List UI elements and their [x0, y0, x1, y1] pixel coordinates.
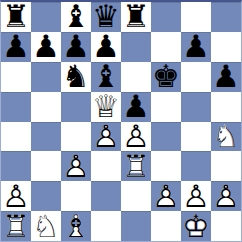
- square-h4[interactable]: ♞♘: [211, 122, 241, 152]
- square-b1[interactable]: ♞♘: [31, 211, 61, 241]
- white-bishop-piece-fill: ♝: [61, 211, 91, 241]
- white-pawn-piece-fill: ♟: [61, 151, 91, 181]
- square-g2[interactable]: ♟♙: [181, 181, 211, 211]
- square-h1[interactable]: [211, 211, 241, 241]
- square-f8[interactable]: [151, 2, 181, 32]
- white-pawn-piece[interactable]: ♙: [151, 181, 181, 211]
- black-pawn-piece[interactable]: ♟: [31, 32, 61, 62]
- white-pawn-piece[interactable]: ♙: [181, 181, 211, 211]
- black-knight-piece[interactable]: ♞: [61, 62, 91, 92]
- white-pawn-piece-fill: ♟: [181, 181, 211, 211]
- white-knight-piece[interactable]: ♘: [211, 122, 241, 152]
- square-e3[interactable]: ♜♖: [121, 151, 151, 181]
- square-e6[interactable]: [121, 62, 151, 92]
- square-d8[interactable]: ♛: [91, 2, 121, 32]
- white-pawn-piece[interactable]: ♙: [91, 122, 121, 152]
- square-g4[interactable]: [181, 122, 211, 152]
- square-e8[interactable]: ♜: [121, 2, 151, 32]
- white-pawn-piece[interactable]: ♙: [61, 151, 91, 181]
- white-pawn-piece[interactable]: ♙: [211, 181, 241, 211]
- square-h5[interactable]: [211, 92, 241, 122]
- square-c5[interactable]: [61, 92, 91, 122]
- white-knight-piece-fill: ♞: [31, 211, 61, 241]
- white-pawn-piece-fill: ♟: [121, 122, 151, 152]
- chess-board: ♜♝♛♜♟♟♟♟♟♞♝♚♟♛♕♟♟♙♟♙♞♘♟♙♜♖♟♙♟♙♟♙♟♙♜♖♞♘♝♗…: [0, 0, 242, 242]
- square-b2[interactable]: [31, 181, 61, 211]
- black-pawn-piece[interactable]: ♟: [1, 32, 31, 62]
- square-h8[interactable]: [211, 2, 241, 32]
- square-d1[interactable]: [91, 211, 121, 241]
- square-c6[interactable]: ♞: [61, 62, 91, 92]
- square-g3[interactable]: [181, 151, 211, 181]
- square-d2[interactable]: [91, 181, 121, 211]
- white-knight-piece-fill: ♞: [211, 122, 241, 152]
- square-d6[interactable]: ♝: [91, 62, 121, 92]
- square-g6[interactable]: [181, 62, 211, 92]
- square-f3[interactable]: [151, 151, 181, 181]
- square-e2[interactable]: [121, 181, 151, 211]
- white-pawn-piece[interactable]: ♙: [121, 122, 151, 152]
- square-h2[interactable]: ♟♙: [211, 181, 241, 211]
- square-b6[interactable]: [31, 62, 61, 92]
- square-c7[interactable]: ♟: [61, 32, 91, 62]
- white-rook-piece[interactable]: ♖: [1, 211, 31, 241]
- black-pawn-piece[interactable]: ♟: [211, 62, 241, 92]
- white-rook-piece-fill: ♜: [1, 211, 31, 241]
- white-knight-piece[interactable]: ♘: [31, 211, 61, 241]
- square-h6[interactable]: ♟: [211, 62, 241, 92]
- white-king-piece[interactable]: ♔: [181, 211, 211, 241]
- square-b8[interactable]: [31, 2, 61, 32]
- square-a1[interactable]: ♜♖: [1, 211, 31, 241]
- white-pawn-piece-fill: ♟: [91, 122, 121, 152]
- black-rook-piece[interactable]: ♜: [121, 2, 151, 32]
- square-a5[interactable]: [1, 92, 31, 122]
- square-g7[interactable]: ♟: [181, 32, 211, 62]
- square-a3[interactable]: [1, 151, 31, 181]
- square-g8[interactable]: [181, 2, 211, 32]
- square-d5[interactable]: ♛♕: [91, 92, 121, 122]
- black-rook-piece[interactable]: ♜: [1, 2, 31, 32]
- square-c2[interactable]: [61, 181, 91, 211]
- square-a6[interactable]: [1, 62, 31, 92]
- square-a4[interactable]: [1, 122, 31, 152]
- square-f1[interactable]: [151, 211, 181, 241]
- square-b7[interactable]: ♟: [31, 32, 61, 62]
- black-pawn-piece[interactable]: ♟: [181, 32, 211, 62]
- white-queen-piece-fill: ♛: [91, 92, 121, 122]
- square-f5[interactable]: [151, 92, 181, 122]
- square-h7[interactable]: [211, 32, 241, 62]
- square-c3[interactable]: ♟♙: [61, 151, 91, 181]
- square-b3[interactable]: [31, 151, 61, 181]
- square-c1[interactable]: ♝♗: [61, 211, 91, 241]
- white-pawn-piece[interactable]: ♙: [1, 181, 31, 211]
- square-c8[interactable]: ♝: [61, 2, 91, 32]
- white-queen-piece[interactable]: ♕: [91, 92, 121, 122]
- black-queen-piece[interactable]: ♛: [91, 2, 121, 32]
- black-king-piece[interactable]: ♚: [151, 62, 181, 92]
- square-f4[interactable]: [151, 122, 181, 152]
- black-pawn-piece[interactable]: ♟: [61, 32, 91, 62]
- square-b4[interactable]: [31, 122, 61, 152]
- black-bishop-piece[interactable]: ♝: [91, 62, 121, 92]
- square-g1[interactable]: ♚♔: [181, 211, 211, 241]
- square-f2[interactable]: ♟♙: [151, 181, 181, 211]
- white-bishop-piece[interactable]: ♗: [61, 211, 91, 241]
- square-e4[interactable]: ♟♙: [121, 122, 151, 152]
- square-e5[interactable]: ♟: [121, 92, 151, 122]
- square-d7[interactable]: ♟: [91, 32, 121, 62]
- black-pawn-piece[interactable]: ♟: [121, 92, 151, 122]
- square-g5[interactable]: [181, 92, 211, 122]
- square-d3[interactable]: [91, 151, 121, 181]
- square-c4[interactable]: [61, 122, 91, 152]
- black-pawn-piece[interactable]: ♟: [91, 32, 121, 62]
- white-rook-piece-fill: ♜: [121, 151, 151, 181]
- black-bishop-piece[interactable]: ♝: [61, 2, 91, 32]
- white-pawn-piece-fill: ♟: [1, 181, 31, 211]
- square-e1[interactable]: [121, 211, 151, 241]
- square-e7[interactable]: [121, 32, 151, 62]
- square-a7[interactable]: ♟: [1, 32, 31, 62]
- square-b5[interactable]: [31, 92, 61, 122]
- square-h3[interactable]: [211, 151, 241, 181]
- white-pawn-piece-fill: ♟: [151, 181, 181, 211]
- white-rook-piece[interactable]: ♖: [121, 151, 151, 181]
- square-a2[interactable]: ♟♙: [1, 181, 31, 211]
- square-a8[interactable]: ♜: [1, 2, 31, 32]
- square-f7[interactable]: [151, 32, 181, 62]
- square-f6[interactable]: ♚: [151, 62, 181, 92]
- white-king-piece-fill: ♚: [181, 211, 211, 241]
- white-pawn-piece-fill: ♟: [211, 181, 241, 211]
- square-d4[interactable]: ♟♙: [91, 122, 121, 152]
